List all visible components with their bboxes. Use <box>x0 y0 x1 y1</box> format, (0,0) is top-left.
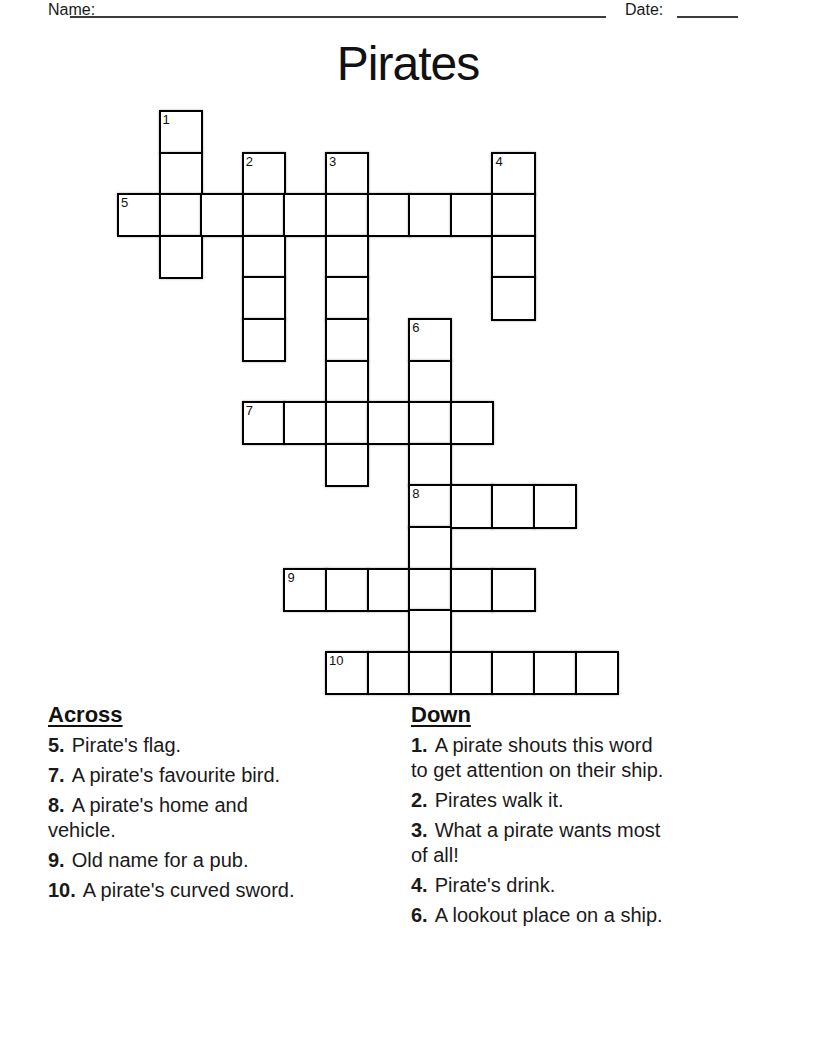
clue-text: A pirate's curved sword. <box>83 879 295 901</box>
grid-cell-r12c7[interactable] <box>408 609 452 653</box>
cell-number-10: 10 <box>329 653 343 668</box>
grid-cell-r6c7[interactable] <box>408 360 452 404</box>
grid-cell-r5c7[interactable]: 6 <box>408 318 452 362</box>
grid-cell-r7c4[interactable] <box>283 401 327 445</box>
puzzle-title: Pirates <box>0 36 816 91</box>
grid-cell-r5c5[interactable] <box>325 318 369 362</box>
grid-cell-r1c3[interactable]: 2 <box>242 152 286 196</box>
grid-cell-r4c3[interactable] <box>242 276 286 320</box>
grid-cell-r5c3[interactable] <box>242 318 286 362</box>
grid-cell-r11c8[interactable] <box>450 568 494 612</box>
grid-cell-r13c11[interactable] <box>575 651 619 695</box>
cell-number-3: 3 <box>329 154 336 169</box>
cell-number-4: 4 <box>495 154 502 169</box>
worksheet-page: Name: Date: Pirates 12345678910 Across 5… <box>0 0 816 1056</box>
grid-cell-r11c4[interactable]: 9 <box>283 568 327 612</box>
date-write-line[interactable] <box>677 16 738 18</box>
grid-cell-r11c7[interactable] <box>408 568 452 612</box>
cell-number-8: 8 <box>412 486 419 501</box>
grid-cell-r2c3[interactable] <box>242 193 286 237</box>
clue-text: A lookout place on a ship. <box>435 904 663 926</box>
clue-text: A pirate's home and vehicle. <box>48 794 248 841</box>
grid-cell-r9c9[interactable] <box>491 484 535 528</box>
cell-number-7: 7 <box>246 403 253 418</box>
name-write-line[interactable] <box>70 16 606 18</box>
clue-number: 1. <box>411 734 428 756</box>
across-clues-section: Across 5.Pirate's flag.7.A pirate's favo… <box>48 703 403 908</box>
grid-cell-r7c7[interactable] <box>408 401 452 445</box>
clue-number: 4. <box>411 874 428 896</box>
clue-number: 2. <box>411 789 428 811</box>
grid-cell-r11c6[interactable] <box>367 568 411 612</box>
cell-number-5: 5 <box>121 195 128 210</box>
clue-number: 7. <box>48 764 65 786</box>
clue-number: 9. <box>48 849 65 871</box>
date-label: Date: <box>625 1 663 19</box>
clue-9: 9.Old name for a pub. <box>48 848 403 873</box>
down-clue-list: 1.A pirate shouts this word to get atten… <box>411 733 803 928</box>
grid-cell-r13c5[interactable]: 10 <box>325 651 369 695</box>
across-clue-list: 5.Pirate's flag.7.A pirate's favourite b… <box>48 733 403 903</box>
grid-cell-r11c9[interactable] <box>491 568 535 612</box>
grid-cell-r4c9[interactable] <box>491 276 535 320</box>
across-heading: Across <box>48 703 403 727</box>
grid-cell-r7c6[interactable] <box>367 401 411 445</box>
grid-cell-r7c3[interactable]: 7 <box>242 401 286 445</box>
clue-10: 10.A pirate's curved sword. <box>48 878 403 903</box>
down-heading: Down <box>411 703 803 727</box>
grid-cell-r3c9[interactable] <box>491 235 535 279</box>
grid-cell-r9c10[interactable] <box>533 484 577 528</box>
grid-cell-r2c2[interactable] <box>200 193 244 237</box>
clue-text: A pirate's favourite bird. <box>72 764 280 786</box>
clue-number: 3. <box>411 819 428 841</box>
grid-cell-r2c9[interactable] <box>491 193 535 237</box>
grid-cell-r9c8[interactable] <box>450 484 494 528</box>
grid-cell-r1c5[interactable]: 3 <box>325 152 369 196</box>
grid-cell-r1c1[interactable] <box>159 152 203 196</box>
grid-cell-r1c9[interactable]: 4 <box>491 152 535 196</box>
clue-number: 10. <box>48 879 76 901</box>
down-clues-section: Down 1.A pirate shouts this word to get … <box>411 703 803 933</box>
clue-text: A pirate shouts this word to get attenti… <box>411 734 663 781</box>
grid-cell-r13c7[interactable] <box>408 651 452 695</box>
clue-text: Pirate's drink. <box>435 874 556 896</box>
grid-cell-r2c7[interactable] <box>408 193 452 237</box>
grid-cell-r2c8[interactable] <box>450 193 494 237</box>
clue-6: 6.A lookout place on a ship. <box>411 903 803 928</box>
clue-number: 5. <box>48 734 65 756</box>
grid-cell-r2c6[interactable] <box>367 193 411 237</box>
clue-1: 1.A pirate shouts this word to get atten… <box>411 733 803 783</box>
grid-cell-r8c5[interactable] <box>325 443 369 487</box>
clue-5: 5.Pirate's flag. <box>48 733 403 758</box>
grid-cell-r7c5[interactable] <box>325 401 369 445</box>
cell-number-2: 2 <box>246 154 253 169</box>
grid-cell-r2c1[interactable] <box>159 193 203 237</box>
clue-3: 3.What a pirate wants most of all! <box>411 818 803 868</box>
grid-cell-r13c8[interactable] <box>450 651 494 695</box>
grid-cell-r3c3[interactable] <box>242 235 286 279</box>
cell-number-6: 6 <box>412 320 419 335</box>
grid-cell-r8c7[interactable] <box>408 443 452 487</box>
clue-4: 4.Pirate's drink. <box>411 873 803 898</box>
grid-cell-r10c7[interactable] <box>408 526 452 570</box>
grid-cell-r6c5[interactable] <box>325 360 369 404</box>
clue-2: 2.Pirates walk it. <box>411 788 803 813</box>
clue-7: 7.A pirate's favourite bird. <box>48 763 403 788</box>
grid-cell-r13c10[interactable] <box>533 651 577 695</box>
grid-cell-r7c8[interactable] <box>450 401 494 445</box>
clue-number: 6. <box>411 904 428 926</box>
clue-text: Old name for a pub. <box>72 849 249 871</box>
grid-cell-r0c1[interactable]: 1 <box>159 110 203 154</box>
grid-cell-r13c6[interactable] <box>367 651 411 695</box>
grid-cell-r3c1[interactable] <box>159 235 203 279</box>
grid-cell-r2c0[interactable]: 5 <box>117 193 161 237</box>
clue-text: Pirates walk it. <box>435 789 564 811</box>
grid-cell-r4c5[interactable] <box>325 276 369 320</box>
grid-cell-r3c5[interactable] <box>325 235 369 279</box>
cell-number-9: 9 <box>287 570 294 585</box>
grid-cell-r2c5[interactable] <box>325 193 369 237</box>
clue-8: 8.A pirate's home and vehicle. <box>48 793 403 843</box>
clue-number: 8. <box>48 794 65 816</box>
grid-cell-r2c4[interactable] <box>283 193 327 237</box>
clue-text: What a pirate wants most of all! <box>411 819 660 866</box>
clue-text: Pirate's flag. <box>72 734 181 756</box>
crossword-grid: 12345678910 <box>117 110 620 696</box>
cell-number-1: 1 <box>163 112 170 127</box>
grid-cell-r13c9[interactable] <box>491 651 535 695</box>
grid-cell-r11c5[interactable] <box>325 568 369 612</box>
grid-cell-r9c7[interactable]: 8 <box>408 484 452 528</box>
